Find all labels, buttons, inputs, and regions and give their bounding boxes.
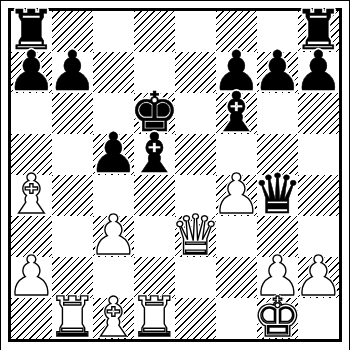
square-a7[interactable]: ♟ — [11, 52, 52, 93]
black-bishop-d5[interactable]: ♝ — [130, 126, 179, 181]
black-pawn-h7[interactable]: ♟ — [294, 44, 343, 99]
square-h5[interactable] — [298, 134, 339, 175]
square-a2[interactable]: ♟ — [11, 257, 52, 298]
white-queen-e3[interactable]: ♛ — [171, 208, 220, 263]
square-e8[interactable] — [175, 11, 216, 52]
square-c1[interactable]: ♝ — [93, 298, 134, 339]
white-king-g1[interactable]: ♚ — [253, 290, 302, 345]
square-f4[interactable]: ♟ — [216, 175, 257, 216]
square-c7[interactable] — [93, 52, 134, 93]
square-f2[interactable] — [216, 257, 257, 298]
square-a4[interactable]: ♝ — [11, 175, 52, 216]
square-h2[interactable]: ♟ — [298, 257, 339, 298]
square-b7[interactable]: ♟ — [52, 52, 93, 93]
square-d8[interactable] — [134, 11, 175, 52]
black-queen-g4[interactable]: ♛ — [253, 167, 302, 222]
square-b4[interactable] — [52, 175, 93, 216]
square-f6[interactable]: ♝ — [216, 93, 257, 134]
square-h7[interactable]: ♟ — [298, 52, 339, 93]
square-e7[interactable] — [175, 52, 216, 93]
white-rook-d1[interactable]: ♜ — [130, 290, 179, 345]
white-pawn-c3[interactable]: ♟ — [89, 208, 138, 263]
black-pawn-b7[interactable]: ♟ — [48, 44, 97, 99]
square-g4[interactable]: ♛ — [257, 175, 298, 216]
white-bishop-a4[interactable]: ♝ — [7, 167, 56, 222]
square-b1[interactable]: ♜ — [52, 298, 93, 339]
square-e1[interactable] — [175, 298, 216, 339]
square-e6[interactable] — [175, 93, 216, 134]
square-e3[interactable]: ♛ — [175, 216, 216, 257]
square-c3[interactable]: ♟ — [93, 216, 134, 257]
square-e5[interactable] — [175, 134, 216, 175]
square-d5[interactable]: ♝ — [134, 134, 175, 175]
black-bishop-f6[interactable]: ♝ — [212, 85, 261, 140]
square-d3[interactable] — [134, 216, 175, 257]
square-b3[interactable] — [52, 216, 93, 257]
square-f1[interactable] — [216, 298, 257, 339]
chess-board: ♜♜♟♟♟♟♟♚♝♟♝♝♟♛♟♛♟♟♟♜♝♜♚ — [8, 8, 342, 342]
square-g7[interactable]: ♟ — [257, 52, 298, 93]
square-g1[interactable]: ♚ — [257, 298, 298, 339]
square-b5[interactable] — [52, 134, 93, 175]
square-c8[interactable] — [93, 11, 134, 52]
square-c5[interactable]: ♟ — [93, 134, 134, 175]
chess-diagram-page: ♜♜♟♟♟♟♟♚♝♟♝♝♟♛♟♛♟♟♟♜♝♜♚ — [0, 0, 350, 350]
square-h4[interactable] — [298, 175, 339, 216]
square-d1[interactable]: ♜ — [134, 298, 175, 339]
